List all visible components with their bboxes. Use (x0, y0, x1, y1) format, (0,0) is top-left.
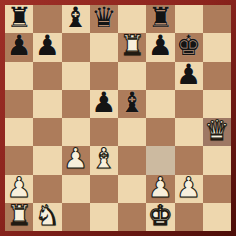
black-rook-f8: ♜ (148, 4, 173, 32)
square-h8[interactable] (203, 5, 231, 33)
square-f7[interactable]: ♟ (146, 33, 174, 61)
square-d5[interactable]: ♟ (90, 90, 118, 118)
square-g6[interactable]: ♟ (175, 62, 203, 90)
square-b5[interactable] (33, 90, 61, 118)
square-b1[interactable]: ♞ (33, 203, 61, 231)
white-queen-h4: ♛ (204, 117, 229, 145)
black-king-g7: ♚ (176, 32, 201, 60)
white-pawn-g2: ♟ (176, 174, 201, 202)
black-pawn-a7: ♟ (7, 32, 32, 60)
square-h6[interactable] (203, 62, 231, 90)
square-d2[interactable] (90, 175, 118, 203)
black-bishop-c8: ♝ (63, 4, 88, 32)
square-e2[interactable] (118, 175, 146, 203)
square-b4[interactable] (33, 118, 61, 146)
square-f5[interactable] (146, 90, 174, 118)
white-pawn-c3: ♟ (63, 145, 88, 173)
square-f4[interactable] (146, 118, 174, 146)
square-b6[interactable] (33, 62, 61, 90)
board-frame: ♜♝♛♜♟♟♜♟♚♟♟♝♛♟♝♟♟♟♜♞♚ (0, 0, 236, 236)
square-a5[interactable] (5, 90, 33, 118)
square-c1[interactable] (62, 203, 90, 231)
square-c2[interactable] (62, 175, 90, 203)
square-e3[interactable] (118, 146, 146, 174)
square-c7[interactable] (62, 33, 90, 61)
square-h4[interactable]: ♛ (203, 118, 231, 146)
black-rook-a8: ♜ (7, 4, 32, 32)
square-b3[interactable] (33, 146, 61, 174)
black-pawn-f7: ♟ (148, 32, 173, 60)
white-rook-e7: ♜ (120, 32, 145, 60)
chess-board: ♜♝♛♜♟♟♜♟♚♟♟♝♛♟♝♟♟♟♜♞♚ (5, 5, 231, 231)
black-bishop-e5: ♝ (120, 89, 145, 117)
square-e5[interactable]: ♝ (118, 90, 146, 118)
white-rook-a1: ♜ (7, 202, 32, 230)
white-bishop-d3: ♝ (91, 145, 116, 173)
square-e1[interactable] (118, 203, 146, 231)
square-c8[interactable]: ♝ (62, 5, 90, 33)
square-e4[interactable] (118, 118, 146, 146)
square-d7[interactable] (90, 33, 118, 61)
square-b7[interactable]: ♟ (33, 33, 61, 61)
square-a1[interactable]: ♜ (5, 203, 33, 231)
square-h7[interactable] (203, 33, 231, 61)
square-g2[interactable]: ♟ (175, 175, 203, 203)
square-g4[interactable] (175, 118, 203, 146)
white-pawn-f2: ♟ (148, 174, 173, 202)
square-d8[interactable]: ♛ (90, 5, 118, 33)
square-f6[interactable] (146, 62, 174, 90)
white-knight-b1: ♞ (35, 202, 60, 230)
black-pawn-g6: ♟ (176, 61, 201, 89)
square-a4[interactable] (5, 118, 33, 146)
square-c6[interactable] (62, 62, 90, 90)
square-a6[interactable] (5, 62, 33, 90)
square-c5[interactable] (62, 90, 90, 118)
square-e7[interactable]: ♜ (118, 33, 146, 61)
square-h3[interactable] (203, 146, 231, 174)
square-g1[interactable] (175, 203, 203, 231)
square-d1[interactable] (90, 203, 118, 231)
square-d3[interactable]: ♝ (90, 146, 118, 174)
black-pawn-d5: ♟ (91, 89, 116, 117)
square-a7[interactable]: ♟ (5, 33, 33, 61)
black-pawn-b7: ♟ (35, 32, 60, 60)
white-king-f1: ♚ (148, 202, 173, 230)
white-pawn-a2: ♟ (7, 174, 32, 202)
square-h1[interactable] (203, 203, 231, 231)
square-f1[interactable]: ♚ (146, 203, 174, 231)
square-c3[interactable]: ♟ (62, 146, 90, 174)
black-queen-d8: ♛ (91, 4, 116, 32)
square-h2[interactable] (203, 175, 231, 203)
square-g5[interactable] (175, 90, 203, 118)
